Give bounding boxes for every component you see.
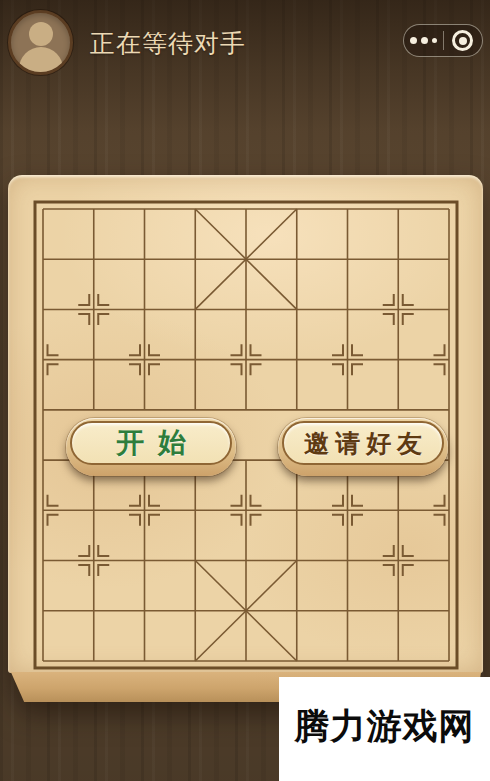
watermark-text: 腾力游戏网 bbox=[295, 703, 475, 750]
dot-icon bbox=[421, 37, 428, 44]
invite-button-label: 邀请好友 bbox=[298, 427, 428, 460]
person-silhouette-icon bbox=[29, 22, 53, 46]
start-button-label: 开始 bbox=[102, 424, 200, 462]
person-silhouette-icon bbox=[19, 47, 63, 75]
miniprogram-capsule bbox=[403, 24, 483, 57]
opponent-avatar[interactable] bbox=[8, 10, 73, 75]
page-title: 正在等待对手 bbox=[90, 28, 246, 58]
dot-icon bbox=[432, 38, 437, 43]
invite-friends-button[interactable]: 邀请好友 bbox=[278, 418, 448, 476]
close-minimize-button[interactable] bbox=[444, 25, 483, 56]
target-circle-icon bbox=[452, 30, 473, 51]
header: 正在等待对手 bbox=[0, 0, 490, 90]
more-options-button[interactable] bbox=[404, 25, 443, 56]
watermark: 腾力游戏网 bbox=[279, 677, 490, 781]
start-button[interactable]: 开始 bbox=[66, 418, 236, 476]
dot-icon bbox=[410, 37, 417, 44]
